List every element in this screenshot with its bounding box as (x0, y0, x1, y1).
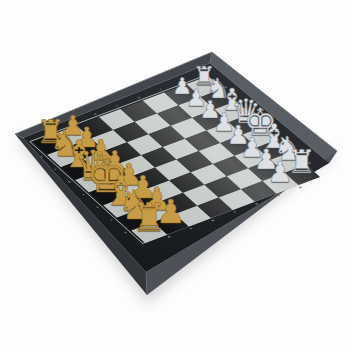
margin-dot (159, 88, 162, 90)
margin-dot (54, 168, 57, 170)
margin-dot (68, 181, 71, 183)
margin-dot (115, 105, 118, 107)
margin-dot (189, 228, 192, 230)
margin-dot (233, 211, 236, 213)
margin-dot (110, 219, 113, 221)
margin-dot (124, 232, 127, 234)
piece-black-pawn-h7[interactable]: ♟ (266, 158, 295, 187)
margin-dot (255, 203, 258, 205)
margin-dot (211, 219, 214, 221)
margin-dot (299, 186, 302, 188)
margin-dot (277, 195, 280, 197)
margin-dot (40, 156, 43, 158)
margin-dot (137, 97, 140, 99)
chessboard-photo: ♜♟♞♟♝♟♛♟♟♚♜♟♟♝♞♟♟♞♝♟♟♜♛♟♟♚♟♝♟♞♟♜ Black b… (0, 0, 350, 350)
piece-white-rook-h1[interactable]: ♜ (129, 198, 168, 237)
margin-dot (96, 206, 99, 208)
margin-dot (93, 113, 96, 115)
